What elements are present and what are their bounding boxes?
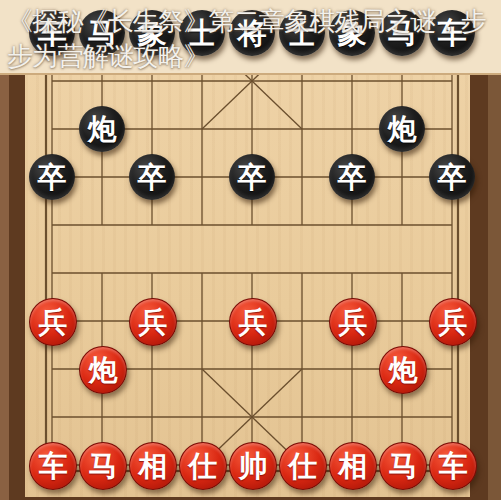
piece-black-炮[interactable]: 炮	[79, 106, 125, 152]
piece-black-车[interactable]: 车	[29, 10, 75, 56]
piece-red-仕[interactable]: 仕	[279, 442, 327, 490]
piece-black-卒[interactable]: 卒	[129, 154, 175, 200]
piece-red-兵[interactable]: 兵	[29, 298, 77, 346]
piece-black-象[interactable]: 象	[129, 10, 175, 56]
piece-black-车[interactable]: 车	[429, 10, 475, 56]
pieces-layer: 车马象士将士象马车炮炮卒卒卒卒卒兵兵兵兵兵炮炮车马相仕帅仕相马车	[0, 0, 501, 500]
piece-red-马[interactable]: 马	[379, 442, 427, 490]
piece-red-兵[interactable]: 兵	[329, 298, 377, 346]
piece-black-士[interactable]: 士	[179, 10, 225, 56]
piece-black-将[interactable]: 将	[229, 10, 275, 56]
piece-red-车[interactable]: 车	[29, 442, 77, 490]
piece-red-相[interactable]: 相	[329, 442, 377, 490]
piece-black-卒[interactable]: 卒	[329, 154, 375, 200]
piece-red-炮[interactable]: 炮	[379, 346, 427, 394]
piece-red-帅[interactable]: 帅	[229, 442, 277, 490]
piece-black-炮[interactable]: 炮	[379, 106, 425, 152]
piece-red-相[interactable]: 相	[129, 442, 177, 490]
piece-black-马[interactable]: 马	[79, 10, 125, 56]
piece-red-仕[interactable]: 仕	[179, 442, 227, 490]
piece-red-马[interactable]: 马	[79, 442, 127, 490]
piece-black-士[interactable]: 士	[279, 10, 325, 56]
piece-black-卒[interactable]: 卒	[29, 154, 75, 200]
piece-black-象[interactable]: 象	[329, 10, 375, 56]
piece-red-兵[interactable]: 兵	[429, 298, 477, 346]
piece-red-兵[interactable]: 兵	[129, 298, 177, 346]
piece-red-兵[interactable]: 兵	[229, 298, 277, 346]
piece-black-卒[interactable]: 卒	[229, 154, 275, 200]
piece-red-车[interactable]: 车	[429, 442, 477, 490]
xiangqi-thumbnail: 车马象士将士象马车炮炮卒卒卒卒卒兵兵兵兵兵炮炮车马相仕帅仕相马车 《探秘《长生祭…	[0, 0, 501, 500]
piece-black-卒[interactable]: 卒	[429, 154, 475, 200]
piece-red-炮[interactable]: 炮	[79, 346, 127, 394]
piece-black-马[interactable]: 马	[379, 10, 425, 56]
